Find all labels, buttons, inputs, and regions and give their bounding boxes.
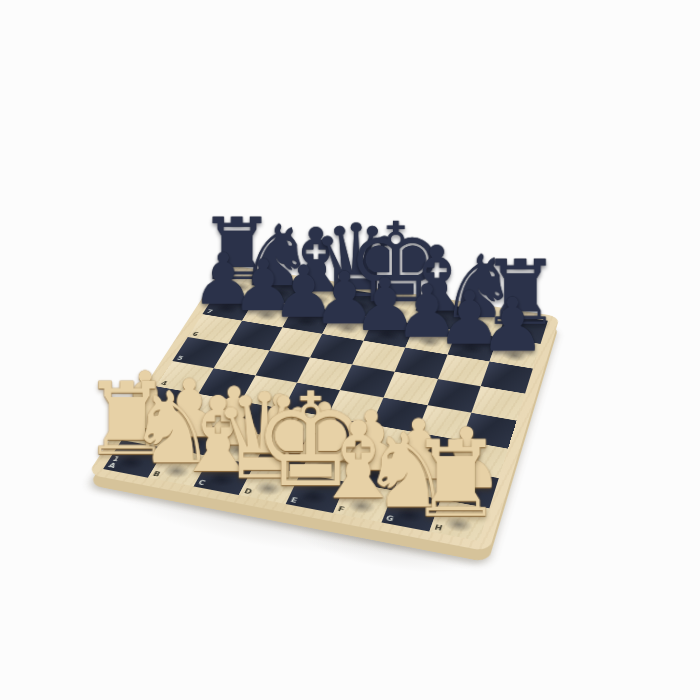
board-grid: 8♜♞♝♛♚♝♞♜7♟♟♟♟♟♟♟♟65432♟♟♟♟♟♟♟♟A1♜B♞C♝D♛…	[103, 271, 548, 541]
square-h1: H♜	[430, 500, 490, 541]
photo-scene: 8♜♞♝♛♚♝♞♜7♟♟♟♟♟♟♟♟65432♟♟♟♟♟♟♟♟A1♜B♞C♝D♛…	[0, 0, 700, 700]
white-rook-h1: ♜	[408, 427, 503, 533]
black-pawn-h7: ♟	[479, 288, 545, 362]
square-h6	[481, 361, 533, 394]
rank-label-6: 6	[191, 332, 199, 337]
